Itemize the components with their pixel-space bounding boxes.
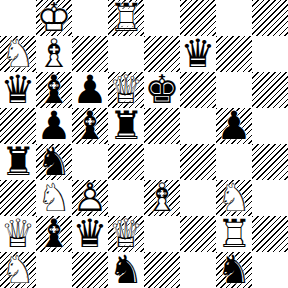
square-d1[interactable]: ♞♞ <box>108 252 144 288</box>
square-g8[interactable] <box>216 0 252 36</box>
piece-black-king: ♚ <box>144 72 180 108</box>
piece-white-queen: ♕ <box>108 216 144 252</box>
piece-black-queen: ♛ <box>180 36 216 72</box>
square-c7[interactable] <box>72 36 108 72</box>
black-knight-backing: ♞ <box>108 252 144 288</box>
white-knight-backing: ♞ <box>36 180 72 216</box>
square-h6[interactable] <box>252 72 288 108</box>
piece-white-queen: ♕ <box>0 216 36 252</box>
square-h4[interactable] <box>252 144 288 180</box>
square-g6[interactable] <box>216 72 252 108</box>
piece-white-king: ♔ <box>36 0 72 36</box>
piece-white-rook: ♖ <box>108 0 144 36</box>
white-knight-backing: ♞ <box>216 180 252 216</box>
square-b4[interactable]: ♞♞ <box>36 144 72 180</box>
square-e2[interactable] <box>144 216 180 252</box>
white-queen-backing: ♛ <box>0 216 36 252</box>
square-a3[interactable] <box>0 180 36 216</box>
square-a1[interactable]: ♞♘ <box>0 252 36 288</box>
square-g4[interactable] <box>216 144 252 180</box>
square-c6[interactable]: ♟♟ <box>72 72 108 108</box>
square-b8[interactable]: ♚♔ <box>36 0 72 36</box>
black-pawn-backing: ♟ <box>72 72 108 108</box>
black-bishop-backing: ♝ <box>72 108 108 144</box>
black-knight-backing: ♞ <box>36 144 72 180</box>
square-c4[interactable] <box>72 144 108 180</box>
square-e4[interactable] <box>144 144 180 180</box>
black-bishop-backing: ♝ <box>36 216 72 252</box>
black-pawn-backing: ♟ <box>216 108 252 144</box>
square-h7[interactable] <box>252 36 288 72</box>
square-e7[interactable] <box>144 36 180 72</box>
piece-black-rook: ♜ <box>0 144 36 180</box>
square-d2[interactable]: ♛♕ <box>108 216 144 252</box>
square-g2[interactable]: ♜♖ <box>216 216 252 252</box>
square-b3[interactable]: ♞♘ <box>36 180 72 216</box>
piece-white-bishop: ♗ <box>36 36 72 72</box>
square-e3[interactable]: ♝♗ <box>144 180 180 216</box>
white-rook-backing: ♜ <box>216 216 252 252</box>
square-h2[interactable] <box>252 216 288 252</box>
square-c5[interactable]: ♝♝ <box>72 108 108 144</box>
square-d3[interactable] <box>108 180 144 216</box>
square-h1[interactable] <box>252 252 288 288</box>
white-bishop-backing: ♝ <box>36 36 72 72</box>
square-c2[interactable]: ♛♛ <box>72 216 108 252</box>
square-g1[interactable]: ♞♞ <box>216 252 252 288</box>
square-g7[interactable] <box>216 36 252 72</box>
square-e8[interactable] <box>144 0 180 36</box>
piece-black-pawn: ♟ <box>216 108 252 144</box>
black-pawn-backing: ♟ <box>36 108 72 144</box>
square-b5[interactable]: ♟♟ <box>36 108 72 144</box>
square-h3[interactable] <box>252 180 288 216</box>
piece-white-bishop: ♗ <box>144 180 180 216</box>
piece-black-rook: ♜ <box>108 108 144 144</box>
piece-black-pawn: ♟ <box>72 72 108 108</box>
square-a6[interactable]: ♛♛ <box>0 72 36 108</box>
piece-black-bishop: ♝ <box>36 216 72 252</box>
square-f3[interactable] <box>180 180 216 216</box>
square-f8[interactable] <box>180 0 216 36</box>
square-d7[interactable] <box>108 36 144 72</box>
square-h5[interactable] <box>252 108 288 144</box>
square-d6[interactable]: ♛♕ <box>108 72 144 108</box>
square-a8[interactable] <box>0 0 36 36</box>
chess-board: ♚♔♜♖♞♘♝♗♛♛♛♛♝♝♟♟♛♕♚♚♟♟♝♝♜♜♟♟♜♜♞♞♞♘♟♙♝♗♞♘… <box>0 0 288 288</box>
square-e6[interactable]: ♚♚ <box>144 72 180 108</box>
square-c8[interactable] <box>72 0 108 36</box>
white-rook-backing: ♜ <box>108 0 144 36</box>
square-f6[interactable] <box>180 72 216 108</box>
square-e1[interactable] <box>144 252 180 288</box>
black-rook-backing: ♜ <box>108 108 144 144</box>
black-queen-backing: ♛ <box>0 72 36 108</box>
white-king-backing: ♚ <box>36 0 72 36</box>
piece-black-knight: ♞ <box>216 252 252 288</box>
square-h8[interactable] <box>252 0 288 36</box>
square-a4[interactable]: ♜♜ <box>0 144 36 180</box>
square-f1[interactable] <box>180 252 216 288</box>
piece-white-knight: ♘ <box>0 36 36 72</box>
square-c3[interactable]: ♟♙ <box>72 180 108 216</box>
black-queen-backing: ♛ <box>72 216 108 252</box>
black-knight-backing: ♞ <box>216 252 252 288</box>
piece-black-bishop: ♝ <box>72 108 108 144</box>
white-queen-backing: ♛ <box>108 216 144 252</box>
piece-black-queen: ♛ <box>0 72 36 108</box>
white-knight-backing: ♞ <box>0 36 36 72</box>
square-d4[interactable] <box>108 144 144 180</box>
piece-white-knight: ♘ <box>36 180 72 216</box>
piece-white-knight: ♘ <box>0 252 36 288</box>
black-bishop-backing: ♝ <box>36 72 72 108</box>
square-c1[interactable] <box>72 252 108 288</box>
square-f4[interactable] <box>180 144 216 180</box>
square-e5[interactable] <box>144 108 180 144</box>
square-b2[interactable]: ♝♝ <box>36 216 72 252</box>
square-a2[interactable]: ♛♕ <box>0 216 36 252</box>
square-f2[interactable] <box>180 216 216 252</box>
piece-black-pawn: ♟ <box>36 108 72 144</box>
square-g3[interactable]: ♞♘ <box>216 180 252 216</box>
square-f7[interactable]: ♛♛ <box>180 36 216 72</box>
square-g5[interactable]: ♟♟ <box>216 108 252 144</box>
square-d5[interactable]: ♜♜ <box>108 108 144 144</box>
piece-white-knight: ♘ <box>216 180 252 216</box>
piece-black-bishop: ♝ <box>36 72 72 108</box>
square-f5[interactable] <box>180 108 216 144</box>
piece-white-rook: ♖ <box>216 216 252 252</box>
white-pawn-backing: ♟ <box>72 180 108 216</box>
square-d8[interactable]: ♜♖ <box>108 0 144 36</box>
black-rook-backing: ♜ <box>0 144 36 180</box>
black-queen-backing: ♛ <box>180 36 216 72</box>
square-b1[interactable] <box>36 252 72 288</box>
square-a5[interactable] <box>0 108 36 144</box>
square-b7[interactable]: ♝♗ <box>36 36 72 72</box>
square-b6[interactable]: ♝♝ <box>36 72 72 108</box>
white-knight-backing: ♞ <box>0 252 36 288</box>
piece-black-queen: ♛ <box>72 216 108 252</box>
white-bishop-backing: ♝ <box>144 180 180 216</box>
square-a7[interactable]: ♞♘ <box>0 36 36 72</box>
piece-white-queen: ♕ <box>108 72 144 108</box>
black-king-backing: ♚ <box>144 72 180 108</box>
piece-black-knight: ♞ <box>108 252 144 288</box>
piece-white-pawn: ♙ <box>72 180 108 216</box>
piece-black-knight: ♞ <box>36 144 72 180</box>
white-queen-backing: ♛ <box>108 72 144 108</box>
